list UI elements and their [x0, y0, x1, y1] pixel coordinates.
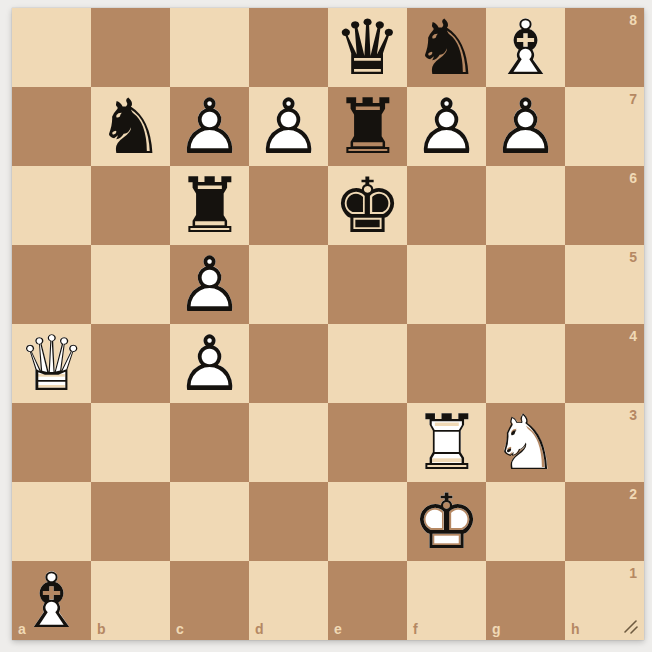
square-d7[interactable]: ♟︎♙: [249, 87, 328, 166]
square-a1[interactable]: ♝♗: [12, 561, 91, 640]
piece-black-knight[interactable]: ♞: [91, 87, 170, 166]
piece-fill-layer: ♜: [328, 87, 407, 166]
square-d4[interactable]: [249, 324, 328, 403]
piece-outline-layer: ♙: [170, 324, 249, 403]
piece-fill-layer: ♜: [407, 403, 486, 482]
piece-white-queen[interactable]: ♛♕: [12, 324, 91, 403]
piece-fill-layer: ♞: [91, 87, 170, 166]
square-e7[interactable]: ♜: [328, 87, 407, 166]
square-a4[interactable]: ♛♕: [12, 324, 91, 403]
square-b2[interactable]: [91, 482, 170, 561]
square-e5[interactable]: [328, 245, 407, 324]
file-label-b: b: [97, 622, 106, 636]
square-a2[interactable]: [12, 482, 91, 561]
square-c3[interactable]: [170, 403, 249, 482]
square-g5[interactable]: [486, 245, 565, 324]
file-label-h: h: [571, 622, 580, 636]
piece-white-rook[interactable]: ♜♖: [407, 403, 486, 482]
square-b3[interactable]: [91, 403, 170, 482]
page-background: ♛♞♝♗♞♟︎♙♟︎♙♜♟︎♙♟︎♙♜♚♟︎♙♛♕♟︎♙♜♖♞♘♚♔♝♗ 876…: [0, 0, 652, 652]
piece-white-pawn[interactable]: ♟︎♙: [170, 324, 249, 403]
piece-fill-layer: ♛: [12, 324, 91, 403]
piece-outline-layer: ♗: [486, 8, 565, 87]
square-b6[interactable]: [91, 166, 170, 245]
square-f8[interactable]: ♞: [407, 8, 486, 87]
piece-outline-layer: ♙: [486, 87, 565, 166]
square-e4[interactable]: [328, 324, 407, 403]
piece-outline-layer: ♗: [12, 561, 91, 640]
rank-label-5: 5: [629, 250, 637, 264]
square-g4[interactable]: [486, 324, 565, 403]
square-c8[interactable]: [170, 8, 249, 87]
rank-label-4: 4: [629, 329, 637, 343]
rank-label-7: 7: [629, 92, 637, 106]
square-g6[interactable]: [486, 166, 565, 245]
piece-outline-layer: ♙: [170, 245, 249, 324]
square-e3[interactable]: [328, 403, 407, 482]
square-g8[interactable]: ♝♗: [486, 8, 565, 87]
piece-fill-layer: ♟︎: [486, 87, 565, 166]
file-label-d: d: [255, 622, 264, 636]
file-label-e: e: [334, 622, 342, 636]
square-f7[interactable]: ♟︎♙: [407, 87, 486, 166]
piece-outline-layer: ♖: [407, 403, 486, 482]
piece-white-knight[interactable]: ♞♘: [486, 403, 565, 482]
square-f3[interactable]: ♜♖: [407, 403, 486, 482]
piece-white-pawn[interactable]: ♟︎♙: [170, 245, 249, 324]
square-a5[interactable]: [12, 245, 91, 324]
piece-fill-layer: ♟︎: [249, 87, 328, 166]
square-f4[interactable]: [407, 324, 486, 403]
square-e6[interactable]: ♚: [328, 166, 407, 245]
piece-outline-layer: ♘: [486, 403, 565, 482]
square-d2[interactable]: [249, 482, 328, 561]
resize-handle-icon[interactable]: [622, 618, 640, 636]
square-g2[interactable]: [486, 482, 565, 561]
file-label-f: f: [413, 622, 418, 636]
piece-white-pawn[interactable]: ♟︎♙: [249, 87, 328, 166]
piece-fill-layer: ♞: [486, 403, 565, 482]
piece-fill-layer: ♟︎: [407, 87, 486, 166]
piece-fill-layer: ♚: [407, 482, 486, 561]
file-label-c: c: [176, 622, 184, 636]
piece-outline-layer: ♙: [170, 87, 249, 166]
square-b8[interactable]: [91, 8, 170, 87]
piece-white-king[interactable]: ♚♔: [407, 482, 486, 561]
piece-outline-layer: ♔: [407, 482, 486, 561]
square-c7[interactable]: ♟︎♙: [170, 87, 249, 166]
square-a6[interactable]: [12, 166, 91, 245]
rank-label-3: 3: [629, 408, 637, 422]
square-f1[interactable]: [407, 561, 486, 640]
piece-fill-layer: ♟︎: [170, 324, 249, 403]
piece-white-pawn[interactable]: ♟︎♙: [170, 87, 249, 166]
piece-black-queen[interactable]: ♛: [328, 8, 407, 87]
piece-fill-layer: ♝: [486, 8, 565, 87]
rank-label-6: 6: [629, 171, 637, 185]
piece-black-knight[interactable]: ♞: [407, 8, 486, 87]
piece-fill-layer: ♚: [328, 166, 407, 245]
piece-fill-layer: ♝: [12, 561, 91, 640]
square-d8[interactable]: [249, 8, 328, 87]
piece-fill-layer: ♟︎: [170, 245, 249, 324]
rank-label-8: 8: [629, 13, 637, 27]
square-b4[interactable]: [91, 324, 170, 403]
piece-black-king[interactable]: ♚: [328, 166, 407, 245]
piece-white-pawn[interactable]: ♟︎♙: [407, 87, 486, 166]
square-f2[interactable]: ♚♔: [407, 482, 486, 561]
piece-black-rook[interactable]: ♜: [328, 87, 407, 166]
square-e2[interactable]: [328, 482, 407, 561]
square-c4[interactable]: ♟︎♙: [170, 324, 249, 403]
piece-fill-layer: ♜: [170, 166, 249, 245]
piece-fill-layer: ♛: [328, 8, 407, 87]
piece-outline-layer: ♙: [407, 87, 486, 166]
square-a7[interactable]: [12, 87, 91, 166]
square-b5[interactable]: [91, 245, 170, 324]
file-label-g: g: [492, 622, 501, 636]
square-c6[interactable]: ♜: [170, 166, 249, 245]
square-e8[interactable]: ♛: [328, 8, 407, 87]
piece-black-rook[interactable]: ♜: [170, 166, 249, 245]
rank-label-1: 1: [629, 566, 637, 580]
square-a3[interactable]: [12, 403, 91, 482]
piece-fill-layer: ♞: [407, 8, 486, 87]
piece-white-bishop[interactable]: ♝♗: [486, 8, 565, 87]
square-g7[interactable]: ♟︎♙: [486, 87, 565, 166]
square-d5[interactable]: [249, 245, 328, 324]
square-f6[interactable]: [407, 166, 486, 245]
square-c2[interactable]: [170, 482, 249, 561]
square-b7[interactable]: ♞: [91, 87, 170, 166]
square-g3[interactable]: ♞♘: [486, 403, 565, 482]
chess-board: ♛♞♝♗♞♟︎♙♟︎♙♜♟︎♙♟︎♙♜♚♟︎♙♛♕♟︎♙♜♖♞♘♚♔♝♗ 876…: [12, 8, 644, 640]
piece-white-pawn[interactable]: ♟︎♙: [486, 87, 565, 166]
square-d6[interactable]: [249, 166, 328, 245]
square-d3[interactable]: [249, 403, 328, 482]
piece-fill-layer: ♟︎: [170, 87, 249, 166]
piece-white-bishop[interactable]: ♝♗: [12, 561, 91, 640]
piece-outline-layer: ♙: [249, 87, 328, 166]
square-a8[interactable]: [12, 8, 91, 87]
board-grid: ♛♞♝♗♞♟︎♙♟︎♙♜♟︎♙♟︎♙♜♚♟︎♙♛♕♟︎♙♜♖♞♘♚♔♝♗: [12, 8, 644, 640]
piece-outline-layer: ♕: [12, 324, 91, 403]
square-c5[interactable]: ♟︎♙: [170, 245, 249, 324]
square-f5[interactable]: [407, 245, 486, 324]
rank-label-2: 2: [629, 487, 637, 501]
